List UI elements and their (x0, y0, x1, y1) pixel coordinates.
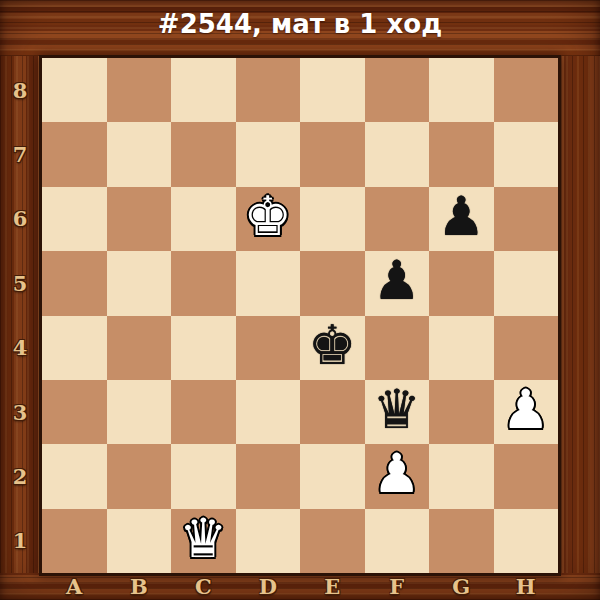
square-b5[interactable] (107, 251, 172, 315)
square-d2[interactable] (236, 444, 301, 508)
square-e2[interactable] (300, 444, 365, 508)
square-b7[interactable] (107, 122, 172, 186)
square-h1[interactable] (494, 509, 559, 573)
square-h3[interactable]: ♟ (494, 380, 559, 444)
rank-label-1: 1 (0, 509, 40, 573)
square-e5[interactable] (300, 251, 365, 315)
piece-black-pawn[interactable]: ♟ (437, 190, 485, 244)
square-b3[interactable] (107, 380, 172, 444)
square-f6[interactable] (365, 187, 430, 251)
square-b6[interactable] (107, 187, 172, 251)
square-d3[interactable] (236, 380, 301, 444)
piece-black-pawn[interactable]: ♟ (373, 254, 421, 308)
square-f5[interactable]: ♟ (365, 251, 430, 315)
file-label-c: C (171, 573, 236, 600)
square-b2[interactable] (107, 444, 172, 508)
square-a5[interactable] (42, 251, 107, 315)
file-label-h: H (494, 573, 559, 600)
square-f8[interactable] (365, 58, 430, 122)
square-c5[interactable] (171, 251, 236, 315)
rank-label-7: 7 (0, 122, 40, 186)
square-a7[interactable] (42, 122, 107, 186)
square-a4[interactable] (42, 316, 107, 380)
square-a1[interactable] (42, 509, 107, 573)
square-d8[interactable] (236, 58, 301, 122)
rank-labels: 87654321 (0, 58, 40, 573)
square-g2[interactable] (429, 444, 494, 508)
piece-white-queen[interactable]: ♛ (179, 512, 227, 566)
rank-label-3: 3 (0, 380, 40, 444)
square-d1[interactable] (236, 509, 301, 573)
square-c8[interactable] (171, 58, 236, 122)
file-label-b: B (107, 573, 172, 600)
square-e8[interactable] (300, 58, 365, 122)
puzzle-title: #2544, мат в 1 ход (0, 9, 600, 39)
square-c7[interactable] (171, 122, 236, 186)
square-g3[interactable] (429, 380, 494, 444)
file-label-a: A (42, 573, 107, 600)
board: ♚♟♟♚♛♟♟♛ (42, 58, 558, 573)
piece-black-king[interactable]: ♚ (308, 319, 356, 373)
square-c6[interactable] (171, 187, 236, 251)
square-f2[interactable]: ♟ (365, 444, 430, 508)
rank-label-5: 5 (0, 251, 40, 315)
rank-label-4: 4 (0, 316, 40, 380)
piece-black-queen[interactable]: ♛ (373, 383, 421, 437)
square-g7[interactable] (429, 122, 494, 186)
square-d4[interactable] (236, 316, 301, 380)
file-label-d: D (236, 573, 301, 600)
square-f3[interactable]: ♛ (365, 380, 430, 444)
square-c1[interactable]: ♛ (171, 509, 236, 573)
square-g1[interactable] (429, 509, 494, 573)
square-d5[interactable] (236, 251, 301, 315)
square-d7[interactable] (236, 122, 301, 186)
file-label-g: G (429, 573, 494, 600)
square-a3[interactable] (42, 380, 107, 444)
chess-puzzle-app: #2544, мат в 1 ход 87654321 ♚♟♟♚♛♟♟♛ ABC… (0, 0, 600, 600)
square-b8[interactable] (107, 58, 172, 122)
square-e6[interactable] (300, 187, 365, 251)
square-e4[interactable]: ♚ (300, 316, 365, 380)
rank-label-6: 6 (0, 187, 40, 251)
rank-label-8: 8 (0, 58, 40, 122)
file-label-e: E (300, 573, 365, 600)
square-e7[interactable] (300, 122, 365, 186)
piece-white-pawn[interactable]: ♟ (373, 447, 421, 501)
square-c4[interactable] (171, 316, 236, 380)
square-f4[interactable] (365, 316, 430, 380)
square-h7[interactable] (494, 122, 559, 186)
square-b4[interactable] (107, 316, 172, 380)
square-h8[interactable] (494, 58, 559, 122)
square-g6[interactable]: ♟ (429, 187, 494, 251)
piece-white-pawn[interactable]: ♟ (502, 383, 550, 437)
square-h5[interactable] (494, 251, 559, 315)
square-b1[interactable] (107, 509, 172, 573)
square-e1[interactable] (300, 509, 365, 573)
square-c2[interactable] (171, 444, 236, 508)
file-label-f: F (365, 573, 430, 600)
square-a6[interactable] (42, 187, 107, 251)
square-g5[interactable] (429, 251, 494, 315)
square-c3[interactable] (171, 380, 236, 444)
square-e3[interactable] (300, 380, 365, 444)
square-f1[interactable] (365, 509, 430, 573)
piece-white-king[interactable]: ♚ (244, 190, 292, 244)
rank-label-2: 2 (0, 444, 40, 508)
square-g4[interactable] (429, 316, 494, 380)
square-f7[interactable] (365, 122, 430, 186)
square-a2[interactable] (42, 444, 107, 508)
square-h4[interactable] (494, 316, 559, 380)
square-d6[interactable]: ♚ (236, 187, 301, 251)
square-a8[interactable] (42, 58, 107, 122)
square-h2[interactable] (494, 444, 559, 508)
square-g8[interactable] (429, 58, 494, 122)
file-labels: ABCDEFGH (42, 573, 558, 600)
square-h6[interactable] (494, 187, 559, 251)
